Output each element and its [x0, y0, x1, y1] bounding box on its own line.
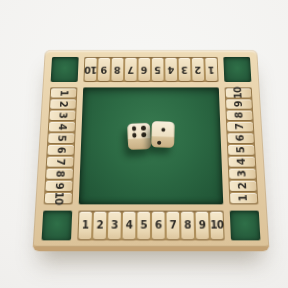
felt-corner-top-left: [51, 57, 79, 82]
die-pip: [142, 133, 147, 138]
tile-right-2[interactable]: 2: [230, 181, 257, 191]
tile-number: 1: [82, 220, 89, 231]
tile-right-3[interactable]: 3: [229, 169, 256, 179]
tile-bottom-1[interactable]: 1: [78, 212, 91, 240]
tile-number: 5: [56, 135, 66, 141]
tile-number: 3: [237, 171, 247, 177]
tile-number: 5: [140, 220, 147, 231]
tile-number: 4: [237, 159, 247, 165]
tile-left-4[interactable]: 4: [49, 122, 75, 132]
tile-number: 6: [155, 220, 162, 231]
tile-number: 9: [234, 101, 244, 107]
tile-left-9[interactable]: 9: [45, 181, 72, 191]
tile-number: 7: [170, 220, 177, 231]
die-left[interactable]: [127, 123, 151, 150]
die-pip: [161, 128, 166, 132]
tile-number: 10: [84, 65, 96, 74]
tile-number: 6: [56, 147, 66, 153]
tile-number: 3: [181, 65, 187, 74]
tile-number: 10: [210, 220, 224, 231]
tile-top-8[interactable]: 8: [111, 58, 123, 81]
tile-right-8[interactable]: 8: [227, 111, 253, 120]
tile-number: 5: [236, 147, 246, 153]
tile-bottom-10[interactable]: 10: [210, 212, 223, 240]
tile-number: 8: [54, 171, 64, 177]
die-right[interactable]: [151, 121, 175, 148]
tile-top-9[interactable]: 9: [98, 58, 110, 81]
die-pip: [132, 127, 137, 132]
felt-corner-top-right: [223, 57, 251, 82]
tile-number: 6: [141, 65, 147, 74]
tile-right-6[interactable]: 6: [228, 133, 254, 143]
tile-number: 7: [235, 124, 245, 130]
tile-number: 4: [168, 65, 174, 74]
tile-number: 9: [101, 65, 107, 74]
tile-number: 3: [57, 112, 67, 118]
tile-left-6[interactable]: 6: [47, 145, 74, 155]
tile-number: 3: [111, 220, 118, 231]
tile-number: 10: [233, 87, 243, 99]
die-pip: [141, 126, 146, 131]
tile-number: 8: [184, 220, 191, 231]
felt-corner-bottom-left: [42, 211, 73, 241]
tile-top-4[interactable]: 4: [165, 58, 177, 81]
tile-right-9[interactable]: 9: [226, 99, 252, 108]
shut-the-box-scene: 10987654321 12345678910 10987654321 1234…: [39, 42, 263, 248]
tile-top-5[interactable]: 5: [152, 58, 164, 81]
tile-top-7[interactable]: 7: [125, 58, 137, 81]
tile-left-2[interactable]: 2: [50, 99, 76, 108]
tile-bottom-2[interactable]: 2: [93, 212, 106, 240]
tile-left-7[interactable]: 7: [47, 157, 74, 167]
tile-right-10[interactable]: 10: [226, 88, 252, 97]
tile-number: 8: [234, 112, 244, 118]
tile-number: 2: [58, 101, 68, 107]
tile-number: 1: [59, 90, 69, 96]
die-pip: [132, 134, 137, 139]
tile-top-6[interactable]: 6: [138, 58, 150, 81]
tile-bottom-8[interactable]: 8: [181, 212, 194, 240]
tile-top-3[interactable]: 3: [179, 58, 191, 81]
die-front-pip: [157, 141, 161, 144]
tile-number: 9: [199, 220, 206, 231]
tile-number: 4: [126, 220, 133, 231]
tile-number: 2: [195, 65, 201, 74]
tile-number: 1: [208, 65, 214, 74]
tile-row-north: 10987654321: [83, 57, 218, 82]
game-board: 10987654321 12345678910 10987654321 1234…: [32, 50, 269, 251]
tile-bottom-9[interactable]: 9: [196, 212, 209, 240]
tile-bottom-3[interactable]: 3: [108, 212, 121, 240]
tile-left-3[interactable]: 3: [49, 111, 75, 120]
tile-row-south: 12345678910: [77, 211, 224, 241]
dice-pair: [127, 122, 174, 148]
tile-left-5[interactable]: 5: [48, 133, 74, 143]
tile-top-10[interactable]: 10: [84, 58, 96, 81]
tile-left-10[interactable]: 10: [45, 193, 72, 203]
tile-number: 8: [114, 65, 120, 74]
tile-number: 7: [128, 65, 134, 74]
tile-number: 2: [96, 220, 103, 231]
page-background: 10987654321 12345678910 10987654321 1234…: [0, 0, 288, 288]
tile-number: 5: [155, 65, 161, 74]
tile-top-1[interactable]: 1: [205, 58, 217, 81]
board-inner: 10987654321 12345678910 10987654321 1234…: [42, 57, 261, 238]
tile-right-4[interactable]: 4: [228, 157, 255, 167]
tile-number: 10: [53, 192, 64, 205]
tile-number: 6: [236, 135, 246, 141]
tile-number: 1: [238, 195, 249, 202]
tile-left-8[interactable]: 8: [46, 169, 73, 179]
tile-row-east: 10987654321: [225, 87, 259, 204]
tile-left-1[interactable]: 1: [51, 88, 77, 97]
felt-center: [79, 87, 224, 204]
tile-bottom-6[interactable]: 6: [152, 212, 165, 240]
felt-corner-bottom-right: [230, 211, 261, 241]
tile-bottom-5[interactable]: 5: [137, 212, 150, 240]
tile-number: 7: [55, 159, 65, 165]
tile-right-5[interactable]: 5: [228, 145, 255, 155]
tile-bottom-4[interactable]: 4: [123, 212, 136, 240]
tile-number: 2: [238, 183, 249, 189]
tile-top-2[interactable]: 2: [192, 58, 204, 81]
tile-right-7[interactable]: 7: [227, 122, 253, 132]
tile-number: 4: [57, 124, 67, 130]
tile-number: 9: [54, 183, 65, 189]
tile-bottom-7[interactable]: 7: [167, 212, 180, 240]
tile-row-west: 12345678910: [44, 87, 78, 204]
tile-right-1[interactable]: 1: [230, 193, 257, 203]
